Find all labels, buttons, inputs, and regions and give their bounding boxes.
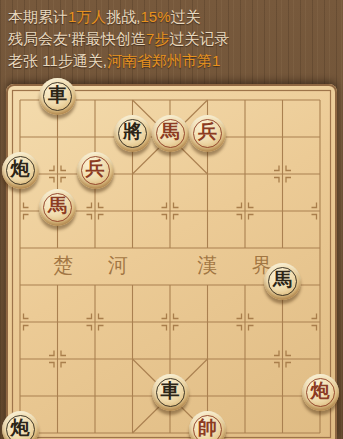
stat-highlight: 15% bbox=[141, 8, 171, 25]
piece-character: 車 bbox=[48, 82, 67, 108]
piece-character: 將 bbox=[123, 119, 142, 145]
stat-highlight: 7步 bbox=[146, 30, 169, 47]
stat-text: 过关 bbox=[171, 8, 201, 25]
piece-character: 馬 bbox=[273, 267, 292, 293]
piece-character: 車 bbox=[161, 378, 180, 404]
stat-highlight: 河南省郑州市第1 bbox=[107, 52, 220, 69]
piece-black-4-8[interactable]: 車 bbox=[152, 374, 189, 411]
piece-character: 兵 bbox=[198, 119, 217, 145]
stat-highlight: 1万人 bbox=[68, 8, 106, 25]
piece-red-8-8[interactable]: 炮 bbox=[302, 374, 339, 411]
piece-black-1-0[interactable]: 車 bbox=[39, 78, 76, 115]
piece-character: 馬 bbox=[48, 193, 67, 219]
challenge-stats: 本期累计1万人挑战,15%过关 残局会友'群最快创造7步过关记录 老张 11步通… bbox=[8, 6, 339, 72]
piece-red-1-3[interactable]: 馬 bbox=[39, 189, 76, 226]
stat-text: 过关记录 bbox=[169, 30, 229, 47]
piece-red-2-2[interactable]: 兵 bbox=[77, 152, 114, 189]
stat-text: 本期累计 bbox=[8, 8, 68, 25]
piece-red-4-1[interactable]: 馬 bbox=[152, 115, 189, 152]
piece-black-0-2[interactable]: 炮 bbox=[2, 152, 39, 189]
stats-line-player: 老张 11步通关,河南省郑州市第1 bbox=[8, 50, 339, 72]
app-screen: 本期累计1万人挑战,15%过关 残局会友'群最快创造7步过关记录 老张 11步通… bbox=[0, 0, 343, 439]
stats-line-participants: 本期累计1万人挑战,15%过关 bbox=[8, 6, 339, 28]
piece-character: 帥 bbox=[198, 415, 217, 439]
river-label-chu-he: 楚 河 bbox=[46, 252, 141, 279]
xiangqi-board[interactable]: 楚 河 漢 界 車將馬兵炮兵馬馬車炮帥炮 bbox=[6, 84, 337, 439]
piece-black-7-5[interactable]: 馬 bbox=[264, 263, 301, 300]
piece-character: 馬 bbox=[161, 119, 180, 145]
stat-text: 残局会友'群最快创造 bbox=[8, 30, 146, 47]
piece-character: 炮 bbox=[11, 415, 30, 439]
stat-text: 老张 11步通关, bbox=[8, 52, 107, 69]
piece-character: 炮 bbox=[311, 378, 330, 404]
stat-text: 挑战, bbox=[106, 8, 140, 25]
stats-line-record: 残局会友'群最快创造7步过关记录 bbox=[8, 28, 339, 50]
piece-black-3-1[interactable]: 將 bbox=[114, 115, 151, 152]
piece-character: 兵 bbox=[86, 156, 105, 182]
piece-character: 炮 bbox=[11, 156, 30, 182]
piece-red-5-1[interactable]: 兵 bbox=[189, 115, 226, 152]
